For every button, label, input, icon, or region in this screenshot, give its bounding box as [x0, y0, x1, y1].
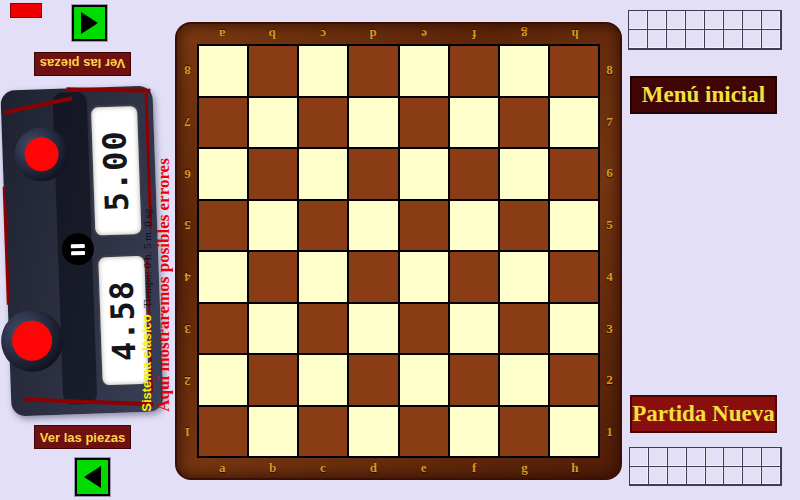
- tray-cell[interactable]: [724, 448, 743, 467]
- arrow-back-button[interactable]: [75, 458, 110, 496]
- tray-cell[interactable]: [706, 467, 725, 486]
- sistema-clasico-label: Sistema clásico: [138, 313, 154, 413]
- coordinate-label: 7: [179, 96, 196, 148]
- arrow-forward-button[interactable]: [72, 5, 107, 41]
- tray-cell[interactable]: [648, 11, 667, 30]
- tray-cell[interactable]: [724, 467, 743, 486]
- coordinate-label: a: [197, 26, 247, 43]
- play-right-icon: [81, 12, 98, 34]
- tray-cell[interactable]: [667, 30, 686, 49]
- time-top: 5.00: [96, 130, 137, 212]
- tray-cell[interactable]: [762, 448, 781, 467]
- square-d2[interactable]: [349, 355, 397, 405]
- square-b3[interactable]: [249, 304, 297, 354]
- square-a4[interactable]: [199, 252, 247, 302]
- coordinate-label: 5: [601, 199, 618, 251]
- red-button-icon: [24, 137, 59, 172]
- red-button-icon: [11, 320, 52, 361]
- square-e1[interactable]: [400, 407, 448, 457]
- coordinate-label: c: [298, 459, 348, 476]
- tray-cell[interactable]: [629, 11, 648, 30]
- square-a6[interactable]: [199, 149, 247, 199]
- tray-cell[interactable]: [687, 467, 706, 486]
- tray-cell[interactable]: [762, 30, 781, 49]
- square-e6[interactable]: [400, 149, 448, 199]
- ver-las-piezas-button-bottom[interactable]: Ver las piezas: [34, 425, 131, 449]
- square-h2[interactable]: [550, 355, 598, 405]
- square-g8[interactable]: [500, 46, 548, 96]
- tray-cell[interactable]: [762, 11, 781, 30]
- square-a7[interactable]: [199, 98, 247, 148]
- square-g1[interactable]: [500, 407, 548, 457]
- coordinate-label: h: [550, 459, 600, 476]
- piece-tray-bottom: [629, 447, 782, 486]
- chess-board: abcdefgh abcdefgh 87654321 87654321: [175, 22, 622, 480]
- file-labels-bottom: abcdefgh: [197, 459, 600, 476]
- square-c6[interactable]: [299, 149, 347, 199]
- tray-cell[interactable]: [668, 448, 687, 467]
- square-f3[interactable]: [450, 304, 498, 354]
- coordinate-label: 3: [601, 303, 618, 355]
- square-g7[interactable]: [500, 98, 548, 148]
- square-f4[interactable]: [450, 252, 498, 302]
- partida-nueva-button[interactable]: Partida Nueva: [630, 395, 777, 433]
- square-h5[interactable]: [550, 201, 598, 251]
- square-d1[interactable]: [349, 407, 397, 457]
- tray-cell[interactable]: [743, 467, 762, 486]
- square-a5[interactable]: [199, 201, 247, 251]
- square-h7[interactable]: [550, 98, 598, 148]
- tray-cell[interactable]: [743, 30, 762, 49]
- square-f7[interactable]: [450, 98, 498, 148]
- square-b8[interactable]: [249, 46, 297, 96]
- square-g5[interactable]: [500, 201, 548, 251]
- square-h3[interactable]: [550, 304, 598, 354]
- coordinate-label: c: [298, 26, 348, 43]
- tray-cell[interactable]: [743, 11, 762, 30]
- tray-cell[interactable]: [706, 448, 725, 467]
- square-h4[interactable]: [550, 252, 598, 302]
- square-b1[interactable]: [249, 407, 297, 457]
- tray-cell[interactable]: [724, 30, 743, 49]
- coordinate-label: g: [499, 26, 549, 43]
- square-c2[interactable]: [299, 355, 347, 405]
- square-f5[interactable]: [450, 201, 498, 251]
- square-g3[interactable]: [500, 304, 548, 354]
- tray-cell[interactable]: [686, 30, 705, 49]
- square-d5[interactable]: [349, 201, 397, 251]
- square-f8[interactable]: [450, 46, 498, 96]
- square-a3[interactable]: [199, 304, 247, 354]
- coordinate-label: f: [449, 459, 499, 476]
- coordinate-label: 3: [179, 303, 196, 355]
- square-a8[interactable]: [199, 46, 247, 96]
- coordinate-label: 1: [601, 406, 618, 458]
- coordinate-label: 4: [179, 251, 196, 303]
- square-e4[interactable]: [400, 252, 448, 302]
- coordinate-label: 2: [179, 355, 196, 407]
- chess-app-window: Ver las piezas 5.00 4.58 Tiempo: 0 h. 5 …: [0, 0, 800, 500]
- square-e5[interactable]: [400, 201, 448, 251]
- coordinate-label: 8: [601, 44, 618, 96]
- square-b7[interactable]: [249, 98, 297, 148]
- coordinate-label: d: [348, 459, 398, 476]
- coordinate-label: d: [348, 26, 398, 43]
- tray-cell[interactable]: [629, 30, 648, 49]
- square-a1[interactable]: [199, 407, 247, 457]
- coordinate-label: 2: [601, 355, 618, 407]
- square-f1[interactable]: [450, 407, 498, 457]
- play-left-icon: [84, 466, 101, 488]
- tray-cell[interactable]: [687, 448, 706, 467]
- square-g4[interactable]: [500, 252, 548, 302]
- tray-cell[interactable]: [667, 11, 686, 30]
- coordinate-label: 5: [179, 199, 196, 251]
- square-c3[interactable]: [299, 304, 347, 354]
- coordinate-label: g: [499, 459, 549, 476]
- coordinate-label: a: [197, 459, 247, 476]
- coordinate-label: e: [399, 459, 449, 476]
- square-a2[interactable]: [199, 355, 247, 405]
- square-c8[interactable]: [299, 46, 347, 96]
- square-c5[interactable]: [299, 201, 347, 251]
- square-d3[interactable]: [349, 304, 397, 354]
- square-c4[interactable]: [299, 252, 347, 302]
- square-e2[interactable]: [400, 355, 448, 405]
- square-d7[interactable]: [349, 98, 397, 148]
- coordinate-label: 8: [179, 44, 196, 96]
- square-b2[interactable]: [249, 355, 297, 405]
- tiempo-label: Tiempo: 0 h. 5 m. 0 sg.: [139, 187, 155, 327]
- coordinate-label: e: [399, 26, 449, 43]
- square-f6[interactable]: [450, 149, 498, 199]
- tray-cell[interactable]: [743, 448, 762, 467]
- square-g2[interactable]: [500, 355, 548, 405]
- coordinate-label: 6: [179, 148, 196, 200]
- square-e3[interactable]: [400, 304, 448, 354]
- coordinate-label: 7: [601, 96, 618, 148]
- rank-labels-right: 87654321: [601, 44, 618, 458]
- piece-tray-top: [628, 10, 782, 50]
- tray-cell[interactable]: [668, 467, 687, 486]
- coordinate-label: h: [550, 26, 600, 43]
- tray-cell[interactable]: [705, 30, 724, 49]
- coordinate-label: f: [449, 26, 499, 43]
- tray-cell[interactable]: [648, 30, 667, 49]
- square-b5[interactable]: [249, 201, 297, 251]
- tray-cell[interactable]: [686, 11, 705, 30]
- square-f2[interactable]: [450, 355, 498, 405]
- coordinate-label: b: [247, 26, 297, 43]
- red-indicator: [10, 3, 42, 18]
- board-squares: [197, 44, 600, 458]
- tray-cell[interactable]: [649, 467, 668, 486]
- tray-cell[interactable]: [724, 11, 743, 30]
- ver-las-piezas-button-top[interactable]: Ver las piezas: [34, 52, 131, 76]
- tray-cell[interactable]: [630, 448, 649, 467]
- square-g6[interactable]: [500, 149, 548, 199]
- square-b6[interactable]: [249, 149, 297, 199]
- square-d6[interactable]: [349, 149, 397, 199]
- coordinate-label: 6: [601, 148, 618, 200]
- square-c1[interactable]: [299, 407, 347, 457]
- square-d8[interactable]: [349, 46, 397, 96]
- square-h6[interactable]: [550, 149, 598, 199]
- coordinate-label: 4: [601, 251, 618, 303]
- square-h1[interactable]: [550, 407, 598, 457]
- tray-cell[interactable]: [649, 448, 668, 467]
- tray-cell[interactable]: [705, 11, 724, 30]
- tray-cell[interactable]: [762, 467, 781, 486]
- coordinate-label: b: [247, 459, 297, 476]
- square-b4[interactable]: [249, 252, 297, 302]
- rank-labels-left: 87654321: [179, 44, 196, 458]
- square-e8[interactable]: [400, 46, 448, 96]
- square-c7[interactable]: [299, 98, 347, 148]
- coordinate-label: 1: [179, 406, 196, 458]
- square-d4[interactable]: [349, 252, 397, 302]
- error-message-label: Aquí mostraremos posibles errores: [155, 165, 173, 405]
- square-e7[interactable]: [400, 98, 448, 148]
- tray-cell[interactable]: [630, 467, 649, 486]
- clock-display-top: 5.00: [89, 104, 144, 238]
- file-labels-top: abcdefgh: [197, 26, 600, 43]
- square-h8[interactable]: [550, 46, 598, 96]
- menu-inicial-button[interactable]: Menú inicial: [630, 76, 777, 114]
